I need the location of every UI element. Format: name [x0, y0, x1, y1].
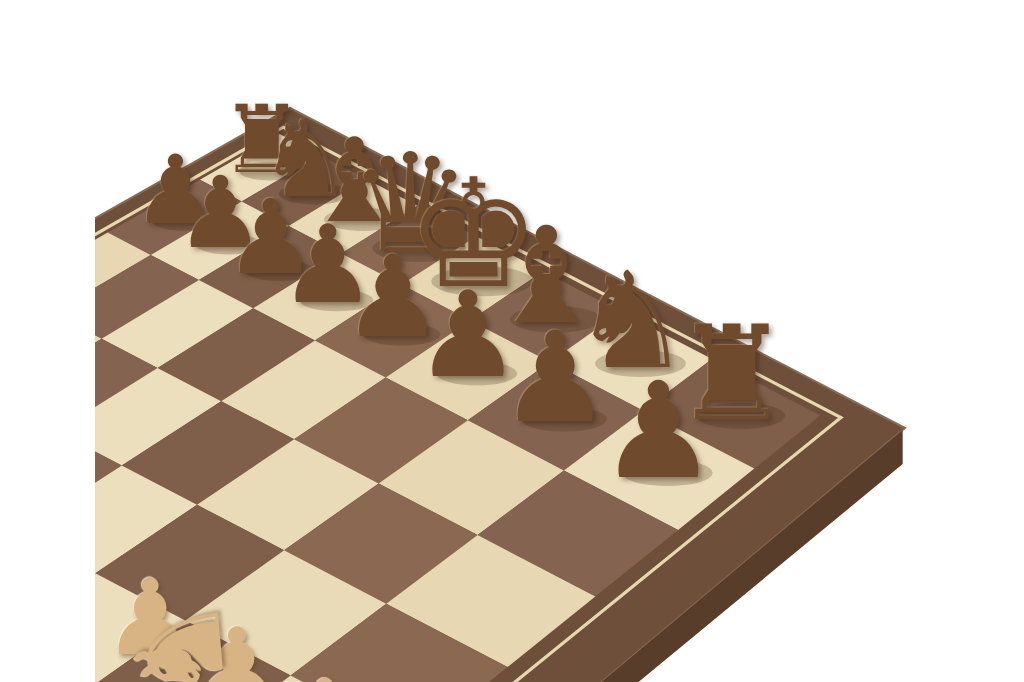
left-crop-whitespace [0, 0, 95, 682]
piece-white-pawn[interactable]: ♟ [273, 665, 376, 682]
piece-black-pawn[interactable]: ♟ [599, 364, 718, 497]
product-photo-stage: ♜♞♝♟♟♛♟♚♟♝♟♞♟♜♟♟♟♟♟♞ [0, 0, 1024, 682]
piece-black-pawn[interactable]: ♟ [499, 316, 611, 441]
piece-white-knight-lying[interactable]: ♞ [116, 591, 245, 682]
